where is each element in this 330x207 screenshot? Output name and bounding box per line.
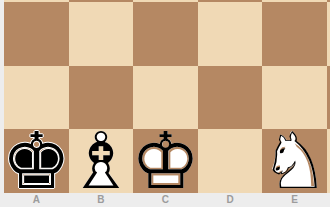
- square-d3[interactable]: [198, 2, 263, 66]
- white-bishop-outline-icon: ♗: [69, 129, 134, 193]
- square-e2[interactable]: [262, 66, 327, 130]
- square-e1[interactable]: ♞♘: [262, 129, 327, 193]
- white-bishop[interactable]: ♝♗: [69, 129, 134, 193]
- black-king-glyph: ♚: [4, 129, 69, 193]
- white-king[interactable]: ♚♔: [133, 129, 198, 193]
- square-c1[interactable]: ♚♔: [133, 129, 198, 193]
- square-b3[interactable]: [69, 2, 134, 66]
- square-e3[interactable]: [262, 2, 327, 66]
- black-king[interactable]: ♚: [4, 129, 69, 193]
- square-a1[interactable]: ♚: [4, 129, 69, 193]
- white-bishop-glyph: ♝: [69, 129, 134, 193]
- white-king-outline-icon: ♔: [133, 129, 198, 193]
- square-b2[interactable]: [69, 66, 134, 130]
- white-knight-outline-icon: ♘: [262, 129, 327, 193]
- white-knight[interactable]: ♞♘: [262, 129, 327, 193]
- chess-board-viewport: ♚♝♗♚♔♞♘ ABCDE: [0, 0, 330, 207]
- file-label-b: B: [69, 193, 134, 207]
- file-label-c: C: [133, 193, 198, 207]
- file-label-e: E: [262, 193, 327, 207]
- square-d2[interactable]: [198, 66, 263, 130]
- file-label-a: A: [4, 193, 69, 207]
- white-knight-glyph: ♞: [262, 129, 327, 193]
- square-a3[interactable]: [4, 2, 69, 66]
- file-labels: ABCDE: [4, 193, 330, 207]
- chess-board: ♚♝♗♚♔♞♘: [4, 0, 330, 193]
- square-b1[interactable]: ♝♗: [69, 129, 134, 193]
- white-king-glyph: ♚: [133, 129, 198, 193]
- square-a2[interactable]: [4, 66, 69, 130]
- square-c3[interactable]: [133, 2, 198, 66]
- file-label-d: D: [198, 193, 263, 207]
- square-c2[interactable]: [133, 66, 198, 130]
- square-d1[interactable]: [198, 129, 263, 193]
